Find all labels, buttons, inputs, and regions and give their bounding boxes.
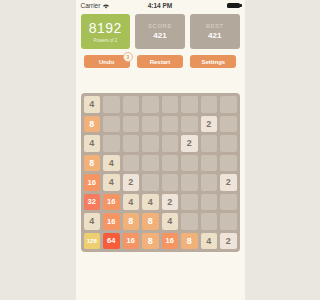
board-cell-empty: [142, 96, 159, 113]
undo-button-label: Undo: [99, 59, 114, 65]
wifi-icon: [102, 3, 110, 9]
board-cell-empty: [201, 96, 218, 113]
goal-tile-value: 8192: [89, 21, 122, 36]
board-cell-empty: [220, 213, 237, 230]
board-cell-empty: [123, 96, 140, 113]
board-tile-4: 4: [162, 213, 179, 230]
board-tile-16: 16: [162, 233, 179, 250]
board-tile-16: 16: [123, 233, 140, 250]
board-cell-empty: [103, 116, 120, 133]
undo-button[interactable]: Undo 3: [84, 55, 130, 68]
board-cell-empty: [201, 155, 218, 172]
board-cell-empty: [201, 213, 218, 230]
board-tile-2: 2: [162, 194, 179, 211]
board-tile-2: 2: [181, 135, 198, 152]
board-tile-8: 8: [84, 155, 101, 172]
board-tile-64: 64: [103, 233, 120, 250]
board-cell-empty: [201, 174, 218, 191]
best-tile: BEST 421: [190, 14, 240, 49]
board-tile-8: 8: [123, 213, 140, 230]
board-cell-empty: [220, 135, 237, 152]
board-cell-empty: [103, 96, 120, 113]
board-tile-8: 8: [142, 213, 159, 230]
board-tile-2: 2: [201, 116, 218, 133]
header: 8192 Powers of 2 SCORE 421 BEST 421: [76, 11, 245, 49]
board-tile-2: 2: [220, 174, 237, 191]
board-cell-empty: [201, 135, 218, 152]
board-tile-4: 4: [84, 96, 101, 113]
board-cell-empty: [142, 155, 159, 172]
board-cell-empty: [220, 116, 237, 133]
board-tile-128: 128: [84, 233, 101, 250]
game-board[interactable]: 48242841642232164424168841286416816842: [81, 93, 240, 252]
board-cell-empty: [181, 96, 198, 113]
board-cell-empty: [162, 155, 179, 172]
board-cell-empty: [181, 194, 198, 211]
board-tile-4: 4: [201, 233, 218, 250]
settings-button[interactable]: Settings: [190, 55, 236, 68]
board-cell-empty: [162, 174, 179, 191]
board-cell-empty: [181, 155, 198, 172]
board-tile-16: 16: [103, 194, 120, 211]
goal-tile: 8192 Powers of 2: [81, 14, 131, 49]
board-tile-4: 4: [123, 194, 140, 211]
best-label: BEST: [206, 23, 224, 29]
carrier-label: Carrier: [81, 2, 101, 9]
board-tile-2: 2: [123, 174, 140, 191]
board-cell-empty: [220, 155, 237, 172]
score-tile: SCORE 421: [135, 14, 185, 49]
board-tile-4: 4: [84, 213, 101, 230]
settings-button-label: Settings: [201, 59, 225, 65]
board-cell-empty: [142, 135, 159, 152]
board-tile-8: 8: [84, 116, 101, 133]
board-cell-empty: [181, 116, 198, 133]
battery-icon: [227, 3, 240, 9]
board-tile-32: 32: [84, 194, 101, 211]
board-cell-empty: [181, 213, 198, 230]
board-cell-empty: [123, 116, 140, 133]
board-tile-2: 2: [220, 233, 237, 250]
status-bar: Carrier 4:14 PM: [76, 0, 245, 11]
restart-button[interactable]: Restart: [137, 55, 183, 68]
board-cell-empty: [162, 96, 179, 113]
board-tile-8: 8: [142, 233, 159, 250]
goal-tile-subtitle: Powers of 2: [93, 38, 117, 43]
best-value: 421: [208, 31, 221, 40]
score-label: SCORE: [148, 23, 172, 29]
toolbar: Undo 3 Restart Settings: [76, 49, 245, 68]
undo-count-badge: 3: [123, 52, 133, 62]
board-cell-empty: [220, 96, 237, 113]
board-cell-empty: [123, 155, 140, 172]
restart-button-label: Restart: [150, 59, 171, 65]
board-cell-empty: [181, 174, 198, 191]
board-cell-empty: [201, 194, 218, 211]
board-tile-16: 16: [103, 213, 120, 230]
board-cell-empty: [162, 116, 179, 133]
board-cell-empty: [103, 135, 120, 152]
clock-label: 4:14 PM: [134, 2, 187, 9]
board-tile-4: 4: [84, 135, 101, 152]
board-tile-8: 8: [181, 233, 198, 250]
board-tile-4: 4: [103, 155, 120, 172]
score-value: 421: [153, 31, 166, 40]
board-cell-empty: [123, 135, 140, 152]
board-cell-empty: [142, 116, 159, 133]
board-cell-empty: [142, 174, 159, 191]
board-tile-4: 4: [103, 174, 120, 191]
app-screen: Carrier 4:14 PM 8192 Powers of 2 SCORE 4…: [76, 0, 245, 300]
board-tile-4: 4: [142, 194, 159, 211]
board-tile-16: 16: [84, 174, 101, 191]
board-cell-empty: [220, 194, 237, 211]
board-cell-empty: [162, 135, 179, 152]
